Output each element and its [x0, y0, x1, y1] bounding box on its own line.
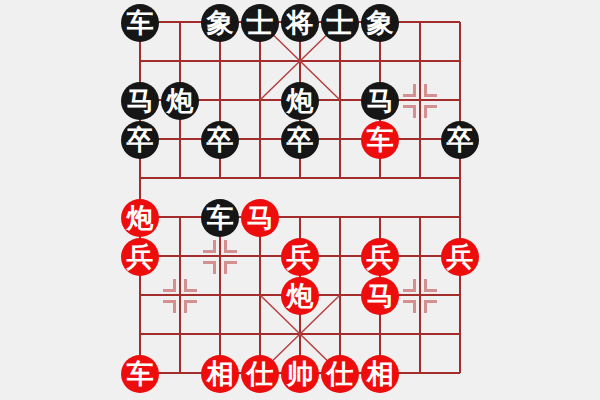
marker-corner — [184, 279, 197, 292]
last-move-marker — [160, 276, 200, 315]
board-intersection: 炮 — [280, 81, 320, 120]
piece-black-卒[interactable]: 卒 — [281, 121, 319, 159]
board-intersection: 车 — [120, 354, 160, 393]
board-intersection: 车 — [120, 3, 160, 42]
board-intersection: 卒 — [200, 120, 240, 159]
board-intersection: 帅 — [280, 354, 320, 393]
board-intersection: 卒 — [440, 120, 480, 159]
board-intersection: 炮 — [280, 276, 320, 315]
move-marker-cross-icon — [403, 279, 437, 313]
last-move-marker — [400, 81, 440, 120]
piece-black-卒[interactable]: 卒 — [121, 121, 159, 159]
piece-red-仕[interactable]: 仕 — [321, 355, 359, 393]
board-intersection: 车 — [200, 198, 240, 237]
board-intersection: 兵 — [440, 237, 480, 276]
marker-corner — [424, 84, 437, 97]
xiangqi-app: 车象士将士象马炮炮马卒卒卒车卒炮车马兵兵兵兵炮马车相仕帅仕相 — [0, 0, 600, 400]
marker-corner — [163, 300, 176, 313]
board-intersection: 车 — [360, 120, 400, 159]
marker-corner — [403, 84, 416, 97]
piece-red-兵[interactable]: 兵 — [361, 238, 399, 276]
piece-black-士[interactable]: 士 — [321, 4, 359, 42]
board-intersection: 将 — [280, 3, 320, 42]
board-intersection: 士 — [320, 3, 360, 42]
piece-red-相[interactable]: 相 — [361, 355, 399, 393]
piece-black-炮[interactable]: 炮 — [161, 82, 199, 120]
piece-black-将[interactable]: 将 — [281, 4, 319, 42]
board-intersection: 炮 — [160, 81, 200, 120]
piece-red-相[interactable]: 相 — [201, 355, 239, 393]
board-intersection: 仕 — [240, 354, 280, 393]
piece-black-象[interactable]: 象 — [361, 4, 399, 42]
board-intersection: 马 — [360, 81, 400, 120]
piece-red-车[interactable]: 车 — [121, 355, 159, 393]
board-intersection: 马 — [120, 81, 160, 120]
piece-black-士[interactable]: 士 — [241, 4, 279, 42]
move-marker-cross-icon — [163, 279, 197, 313]
piece-red-兵[interactable]: 兵 — [441, 238, 479, 276]
piece-black-卒[interactable]: 卒 — [201, 121, 239, 159]
piece-red-炮[interactable]: 炮 — [281, 277, 319, 315]
board-intersection: 马 — [360, 276, 400, 315]
marker-corner — [224, 240, 237, 253]
xiangqi-board[interactable]: 车象士将士象马炮炮马卒卒卒车卒炮车马兵兵兵兵炮马车相仕帅仕相 — [120, 3, 480, 393]
piece-red-兵[interactable]: 兵 — [281, 238, 319, 276]
piece-black-马[interactable]: 马 — [121, 82, 159, 120]
board-intersection: 卒 — [120, 120, 160, 159]
move-marker-cross-icon — [203, 240, 237, 274]
move-marker-cross-icon — [403, 84, 437, 118]
piece-red-兵[interactable]: 兵 — [121, 238, 159, 276]
piece-black-卒[interactable]: 卒 — [441, 121, 479, 159]
piece-red-马[interactable]: 马 — [241, 199, 279, 237]
piece-black-车[interactable]: 车 — [121, 4, 159, 42]
board-intersection: 炮 — [120, 198, 160, 237]
board-intersection: 相 — [200, 354, 240, 393]
piece-red-仕[interactable]: 仕 — [241, 355, 279, 393]
board-intersection: 卒 — [280, 120, 320, 159]
marker-corner — [403, 105, 416, 118]
board-intersection: 仕 — [320, 354, 360, 393]
piece-black-马[interactable]: 马 — [361, 82, 399, 120]
marker-corner — [403, 279, 416, 292]
marker-corner — [224, 261, 237, 274]
piece-black-车[interactable]: 车 — [201, 199, 239, 237]
piece-red-车[interactable]: 车 — [361, 121, 399, 159]
marker-corner — [203, 240, 216, 253]
board-intersection: 兵 — [280, 237, 320, 276]
piece-red-帅[interactable]: 帅 — [281, 355, 319, 393]
board-intersection: 相 — [360, 354, 400, 393]
marker-corner — [203, 261, 216, 274]
marker-corner — [184, 300, 197, 313]
piece-red-炮[interactable]: 炮 — [121, 199, 159, 237]
last-move-marker — [400, 276, 440, 315]
board-intersection: 象 — [200, 3, 240, 42]
piece-black-炮[interactable]: 炮 — [281, 82, 319, 120]
marker-corner — [424, 105, 437, 118]
board-intersection: 象 — [360, 3, 400, 42]
board-intersection: 马 — [240, 198, 280, 237]
marker-corner — [424, 300, 437, 313]
piece-black-象[interactable]: 象 — [201, 4, 239, 42]
marker-corner — [403, 300, 416, 313]
last-move-marker — [200, 237, 240, 276]
board-intersection: 兵 — [120, 237, 160, 276]
marker-corner — [424, 279, 437, 292]
board-intersection: 兵 — [360, 237, 400, 276]
board-intersection: 士 — [240, 3, 280, 42]
marker-corner — [163, 279, 176, 292]
piece-red-马[interactable]: 马 — [361, 277, 399, 315]
